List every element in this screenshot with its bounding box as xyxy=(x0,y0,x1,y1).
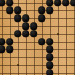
black-stone xyxy=(14,7,22,15)
black-stone xyxy=(0,0,5,6)
black-stone xyxy=(0,46,5,54)
screenshot xyxy=(0,0,75,75)
black-stone xyxy=(22,30,30,38)
black-stone xyxy=(46,46,54,54)
black-stone xyxy=(6,38,14,46)
grid-line-horizontal xyxy=(0,57,75,58)
grid-line-horizontal xyxy=(0,26,75,27)
black-stone xyxy=(54,0,62,6)
black-stone xyxy=(46,61,54,69)
black-stone xyxy=(46,38,54,46)
black-stone xyxy=(6,0,14,6)
star-point xyxy=(57,33,59,35)
black-stone xyxy=(22,22,30,30)
black-stone xyxy=(6,7,14,15)
black-stone xyxy=(38,38,46,46)
go-board[interactable] xyxy=(0,0,75,75)
black-stone xyxy=(62,0,70,6)
black-stone xyxy=(14,30,22,38)
black-stone xyxy=(46,53,54,61)
black-stone xyxy=(30,30,38,38)
black-stone xyxy=(30,22,38,30)
black-stone xyxy=(46,69,54,75)
black-stone xyxy=(46,0,54,6)
black-stone xyxy=(70,0,75,6)
black-stone xyxy=(38,7,46,15)
black-stone xyxy=(14,14,22,22)
black-stone xyxy=(6,46,14,54)
grid-line-horizontal xyxy=(0,73,75,74)
black-stone xyxy=(0,38,5,46)
star-point xyxy=(17,64,19,66)
black-stone xyxy=(46,7,54,15)
grid-line-horizontal xyxy=(0,65,75,66)
black-stone xyxy=(38,14,46,22)
grid-line-horizontal xyxy=(0,34,75,35)
black-stone xyxy=(22,14,30,22)
